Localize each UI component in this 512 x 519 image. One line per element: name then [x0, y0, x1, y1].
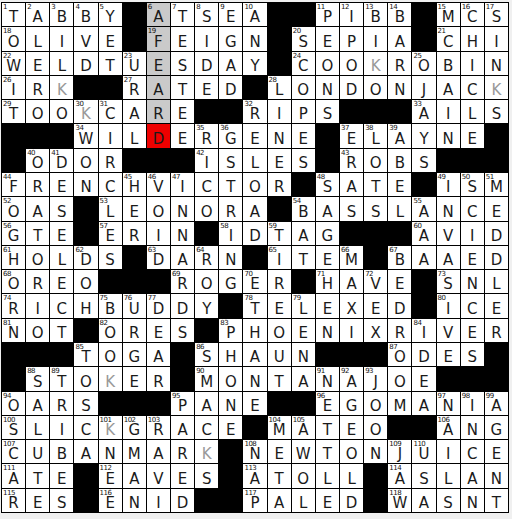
crossword-cell[interactable]: A: [123, 100, 146, 123]
crossword-cell[interactable]: 34W: [74, 124, 97, 147]
crossword-cell[interactable]: A: [412, 392, 435, 415]
crossword-cell[interactable]: S: [292, 149, 315, 172]
crossword-cell[interactable]: 19F: [147, 27, 170, 50]
crossword-cell[interactable]: D: [219, 76, 242, 99]
crossword-cell[interactable]: A: [292, 222, 315, 245]
crossword-cell[interactable]: N: [485, 52, 508, 75]
crossword-cell[interactable]: 24C: [292, 52, 315, 75]
crossword-cell[interactable]: O: [292, 464, 315, 487]
crossword-cell[interactable]: S: [437, 489, 460, 512]
crossword-cell[interactable]: L: [485, 270, 508, 293]
crossword-cell[interactable]: I: [437, 100, 460, 123]
crossword-cell[interactable]: A: [268, 489, 291, 512]
crossword-cell[interactable]: I: [340, 319, 363, 342]
crossword-cell[interactable]: 103R: [147, 416, 170, 439]
crossword-cell[interactable]: K: [195, 440, 218, 463]
crossword-cell[interactable]: 5Y: [99, 3, 122, 26]
crossword-cell[interactable]: 43R: [340, 149, 363, 172]
crossword-cell[interactable]: S: [171, 52, 194, 75]
crossword-cell[interactable]: N: [292, 343, 315, 366]
crossword-cell[interactable]: 112E: [99, 464, 122, 487]
crossword-cell[interactable]: I: [461, 52, 484, 75]
crossword-cell[interactable]: R: [268, 173, 291, 196]
crossword-cell[interactable]: S: [171, 319, 194, 342]
crossword-cell[interactable]: D: [340, 489, 363, 512]
crossword-cell[interactable]: 55A: [412, 197, 435, 220]
crossword-cell[interactable]: O: [74, 367, 97, 390]
crossword-cell[interactable]: D: [74, 52, 97, 75]
crossword-cell[interactable]: A: [412, 246, 435, 269]
crossword-cell[interactable]: R: [26, 270, 49, 293]
crossword-cell[interactable]: H: [74, 294, 97, 317]
crossword-cell[interactable]: 3B: [50, 3, 73, 26]
crossword-cell[interactable]: E: [147, 319, 170, 342]
crossword-cell[interactable]: A: [195, 392, 218, 415]
crossword-cell[interactable]: 46V: [147, 173, 170, 196]
crossword-cell[interactable]: T: [316, 440, 339, 463]
crossword-cell[interactable]: E: [461, 319, 484, 342]
crossword-cell[interactable]: O: [292, 76, 315, 99]
crossword-cell[interactable]: R: [219, 197, 242, 220]
crossword-cell[interactable]: E: [123, 197, 146, 220]
crossword-cell[interactable]: L: [292, 489, 315, 512]
crossword-cell[interactable]: I: [268, 100, 291, 123]
crossword-cell[interactable]: D: [340, 76, 363, 99]
crossword-cell[interactable]: 22W: [2, 52, 25, 75]
crossword-cell[interactable]: Y: [243, 52, 266, 75]
crossword-cell[interactable]: O: [147, 197, 170, 220]
crossword-cell[interactable]: 102G: [123, 416, 146, 439]
crossword-cell[interactable]: A: [219, 52, 242, 75]
crossword-cell[interactable]: I: [147, 489, 170, 512]
crossword-cell[interactable]: I: [195, 27, 218, 50]
crossword-cell[interactable]: L: [243, 149, 266, 172]
crossword-cell[interactable]: R: [147, 100, 170, 123]
crossword-cell[interactable]: 83P: [219, 319, 242, 342]
crossword-cell[interactable]: B: [388, 149, 411, 172]
crossword-cell[interactable]: E: [50, 464, 73, 487]
crossword-cell[interactable]: N: [437, 124, 460, 147]
crossword-cell[interactable]: T: [364, 173, 387, 196]
crossword-cell[interactable]: C: [195, 173, 218, 196]
crossword-cell[interactable]: E: [243, 392, 266, 415]
crossword-cell[interactable]: I: [485, 27, 508, 50]
crossword-cell[interactable]: S: [340, 197, 363, 220]
crossword-cell[interactable]: R: [26, 173, 49, 196]
crossword-cell[interactable]: O: [364, 416, 387, 439]
crossword-cell[interactable]: A: [147, 343, 170, 366]
crossword-cell[interactable]: 16C: [461, 3, 484, 26]
crossword-cell[interactable]: 67B: [388, 246, 411, 269]
crossword-cell[interactable]: C: [50, 294, 73, 317]
crossword-cell[interactable]: G: [485, 416, 508, 439]
crossword-cell[interactable]: U: [268, 343, 291, 366]
crossword-cell[interactable]: 87O: [388, 343, 411, 366]
crossword-cell[interactable]: A: [437, 76, 460, 99]
crossword-cell[interactable]: 49I: [437, 173, 460, 196]
crossword-cell[interactable]: 29T: [2, 100, 25, 123]
crossword-cell[interactable]: A: [123, 464, 146, 487]
crossword-cell[interactable]: G: [219, 27, 242, 50]
crossword-cell[interactable]: E: [316, 294, 339, 317]
crossword-cell[interactable]: E: [147, 52, 170, 75]
crossword-cell[interactable]: 15M: [437, 3, 460, 26]
crossword-cell[interactable]: A: [26, 392, 49, 415]
crossword-cell[interactable]: G: [340, 392, 363, 415]
crossword-cell[interactable]: E: [388, 173, 411, 196]
crossword-cell[interactable]: V: [74, 27, 97, 50]
crossword-cell[interactable]: N: [364, 440, 387, 463]
crossword-cell[interactable]: 68O: [2, 270, 25, 293]
crossword-cell[interactable]: L: [461, 100, 484, 123]
crossword-cell[interactable]: 28L: [268, 76, 291, 99]
crossword-cell[interactable]: E: [26, 52, 49, 75]
crossword-cell[interactable]: S: [219, 149, 242, 172]
crossword-cell[interactable]: T: [485, 489, 508, 512]
crossword-cell[interactable]: X: [364, 319, 387, 342]
crossword-cell[interactable]: 60A: [412, 222, 435, 245]
crossword-cell[interactable]: C: [461, 440, 484, 463]
crossword-cell[interactable]: B: [50, 440, 73, 463]
crossword-cell[interactable]: E: [243, 124, 266, 147]
crossword-cell[interactable]: E: [292, 319, 315, 342]
crossword-cell[interactable]: O: [50, 100, 73, 123]
crossword-cell[interactable]: L: [50, 52, 73, 75]
crossword-cell[interactable]: 64R: [195, 246, 218, 269]
crossword-cell[interactable]: 23U: [123, 52, 146, 75]
crossword-cell[interactable]: E: [461, 124, 484, 147]
crossword-cell[interactable]: E: [316, 246, 339, 269]
crossword-cell[interactable]: 99A: [485, 392, 508, 415]
crossword-cell[interactable]: Y: [195, 294, 218, 317]
crossword-cell[interactable]: 101K: [99, 416, 122, 439]
crossword-cell[interactable]: 51M: [485, 173, 508, 196]
crossword-cell[interactable]: L: [437, 464, 460, 487]
crossword-cell[interactable]: R: [268, 270, 291, 293]
crossword-cell[interactable]: E: [171, 100, 194, 123]
crossword-cell[interactable]: E: [437, 343, 460, 366]
crossword-cell[interactable]: U: [26, 440, 49, 463]
crossword-cell[interactable]: D: [243, 222, 266, 245]
crossword-cell[interactable]: 13B: [364, 3, 387, 26]
crossword-cell[interactable]: I: [147, 222, 170, 245]
crossword-cell[interactable]: K: [364, 52, 387, 75]
crossword-cell[interactable]: T: [316, 416, 339, 439]
crossword-cell[interactable]: R: [147, 367, 170, 390]
crossword-cell[interactable]: 26I: [2, 76, 25, 99]
crossword-cell[interactable]: 113A: [243, 464, 266, 487]
crossword-cell[interactable]: 73S: [437, 270, 460, 293]
crossword-cell[interactable]: E: [50, 222, 73, 245]
crossword-cell[interactable]: 8S: [195, 3, 218, 26]
crossword-cell[interactable]: H: [461, 27, 484, 50]
crossword-cell[interactable]: S: [412, 149, 435, 172]
crossword-cell[interactable]: 54B: [292, 197, 315, 220]
crossword-cell[interactable]: E: [26, 489, 49, 512]
crossword-cell[interactable]: S: [412, 464, 435, 487]
crossword-cell[interactable]: 53L: [99, 197, 122, 220]
crossword-cell[interactable]: 98I: [461, 392, 484, 415]
crossword-cell[interactable]: N: [461, 416, 484, 439]
crossword-cell[interactable]: T: [268, 464, 291, 487]
crossword-cell[interactable]: 110U: [412, 440, 435, 463]
crossword-cell[interactable]: 7T: [171, 3, 194, 26]
crossword-cell[interactable]: 65I: [268, 246, 291, 269]
crossword-cell[interactable]: T: [268, 367, 291, 390]
crossword-cell[interactable]: 39A: [388, 124, 411, 147]
crossword-cell[interactable]: 104M: [268, 416, 291, 439]
crossword-cell[interactable]: L: [340, 464, 363, 487]
crossword-cell[interactable]: L: [26, 27, 49, 50]
crossword-cell[interactable]: T: [99, 52, 122, 75]
crossword-cell[interactable]: 105A: [292, 416, 315, 439]
crossword-cell[interactable]: E: [388, 270, 411, 293]
crossword-cell[interactable]: A: [437, 246, 460, 269]
crossword-cell[interactable]: S: [364, 197, 387, 220]
crossword-cell[interactable]: N: [171, 222, 194, 245]
crossword-cell[interactable]: X: [340, 294, 363, 317]
crossword-cell[interactable]: E: [123, 367, 146, 390]
crossword-cell[interactable]: E: [171, 464, 194, 487]
crossword-cell[interactable]: N: [171, 197, 194, 220]
crossword-cell[interactable]: L: [388, 197, 411, 220]
crossword-cell[interactable]: 1T: [2, 3, 25, 26]
crossword-cell[interactable]: 91N: [316, 367, 339, 390]
crossword-cell[interactable]: T: [171, 76, 194, 99]
crossword-cell[interactable]: O: [340, 52, 363, 75]
crossword-cell[interactable]: H: [219, 343, 242, 366]
crossword-cell[interactable]: A: [412, 489, 435, 512]
crossword-cell[interactable]: A: [292, 367, 315, 390]
crossword-cell[interactable]: N: [316, 76, 339, 99]
crossword-cell[interactable]: 18O: [2, 27, 25, 50]
crossword-cell[interactable]: E: [485, 440, 508, 463]
crossword-cell[interactable]: 56G: [2, 222, 25, 245]
crossword-cell[interactable]: H: [243, 319, 266, 342]
crossword-cell[interactable]: A: [388, 27, 411, 50]
crossword-cell[interactable]: R: [26, 76, 49, 99]
crossword-cell[interactable]: 36G: [219, 124, 242, 147]
crossword-cell[interactable]: K: [485, 76, 508, 99]
crossword-cell[interactable]: 81N: [2, 319, 25, 342]
crossword-cell[interactable]: I: [461, 222, 484, 245]
crossword-cell[interactable]: E: [171, 27, 194, 50]
crossword-cell[interactable]: 31C: [99, 100, 122, 123]
crossword-cell[interactable]: 58I: [219, 222, 242, 245]
crossword-cell[interactable]: D: [388, 294, 411, 317]
crossword-cell[interactable]: I: [50, 27, 73, 50]
crossword-cell[interactable]: S: [50, 489, 73, 512]
crossword-cell[interactable]: 89T: [50, 367, 73, 390]
crossword-cell[interactable]: E: [50, 270, 73, 293]
crossword-cell[interactable]: 106A: [437, 416, 460, 439]
crossword-cell[interactable]: 75B: [99, 294, 122, 317]
crossword-cell[interactable]: C: [461, 294, 484, 317]
crossword-cell[interactable]: R: [50, 392, 73, 415]
crossword-cell[interactable]: N: [74, 173, 97, 196]
crossword-cell[interactable]: 38L: [364, 124, 387, 147]
crossword-cell[interactable]: O: [388, 367, 411, 390]
crossword-cell[interactable]: D: [147, 124, 170, 147]
crossword-cell[interactable]: N: [99, 440, 122, 463]
crossword-cell[interactable]: P: [340, 27, 363, 50]
crossword-cell[interactable]: C: [74, 416, 97, 439]
crossword-cell[interactable]: 27R: [123, 76, 146, 99]
crossword-cell[interactable]: G: [123, 343, 146, 366]
crossword-cell[interactable]: I: [364, 27, 387, 50]
crossword-cell[interactable]: 47I: [171, 173, 194, 196]
crossword-cell[interactable]: O: [340, 440, 363, 463]
crossword-cell[interactable]: 77D: [147, 294, 170, 317]
crossword-cell[interactable]: R: [123, 222, 146, 245]
crossword-cell[interactable]: A: [340, 173, 363, 196]
crossword-cell[interactable]: 21C: [437, 27, 460, 50]
crossword-cell[interactable]: S: [485, 100, 508, 123]
crossword-cell[interactable]: 50S: [461, 173, 484, 196]
crossword-cell[interactable]: A: [171, 416, 194, 439]
crossword-cell[interactable]: 57E: [99, 222, 122, 245]
crossword-cell[interactable]: R: [171, 440, 194, 463]
crossword-cell[interactable]: R: [388, 52, 411, 75]
crossword-cell[interactable]: N: [268, 124, 291, 147]
crossword-cell[interactable]: 66M: [340, 246, 363, 269]
crossword-cell[interactable]: M: [388, 392, 411, 415]
crossword-cell[interactable]: L: [316, 464, 339, 487]
crossword-cell[interactable]: 69R: [171, 270, 194, 293]
crossword-cell[interactable]: 40O: [26, 149, 49, 172]
crossword-cell[interactable]: 11P: [316, 3, 339, 26]
crossword-cell[interactable]: O: [195, 197, 218, 220]
crossword-cell[interactable]: 82O: [99, 319, 122, 342]
crossword-cell[interactable]: L: [123, 124, 146, 147]
crossword-cell[interactable]: 93J: [364, 367, 387, 390]
crossword-cell[interactable]: V: [147, 464, 170, 487]
crossword-cell[interactable]: R: [99, 149, 122, 172]
crossword-cell[interactable]: A: [316, 197, 339, 220]
crossword-cell[interactable]: S: [74, 392, 97, 415]
crossword-cell[interactable]: E: [292, 124, 315, 147]
crossword-cell[interactable]: O: [364, 149, 387, 172]
crossword-cell[interactable]: E: [268, 440, 291, 463]
crossword-cell[interactable]: S: [195, 464, 218, 487]
crossword-cell[interactable]: 90M: [195, 367, 218, 390]
crossword-cell[interactable]: K: [50, 76, 73, 99]
crossword-cell[interactable]: 10A: [243, 3, 266, 26]
crossword-cell[interactable]: 94O: [2, 392, 25, 415]
crossword-cell[interactable]: O: [26, 100, 49, 123]
crossword-cell[interactable]: O: [26, 246, 49, 269]
crossword-cell[interactable]: R: [388, 319, 411, 342]
crossword-cell[interactable]: 41D: [50, 149, 73, 172]
crossword-cell[interactable]: K: [99, 367, 122, 390]
crossword-cell[interactable]: 37E: [340, 124, 363, 147]
crossword-cell[interactable]: T: [50, 319, 73, 342]
crossword-cell[interactable]: 44F: [2, 173, 25, 196]
crossword-cell[interactable]: C: [461, 76, 484, 99]
crossword-cell[interactable]: 25O: [412, 52, 435, 75]
crossword-cell[interactable]: 115R: [2, 489, 25, 512]
crossword-cell[interactable]: G: [316, 222, 339, 245]
crossword-cell[interactable]: W: [292, 440, 315, 463]
crossword-cell[interactable]: 95P: [171, 392, 194, 415]
crossword-cell[interactable]: T: [292, 246, 315, 269]
crossword-cell[interactable]: 84I: [412, 319, 435, 342]
crossword-cell[interactable]: O: [219, 367, 242, 390]
crossword-cell[interactable]: O: [364, 76, 387, 99]
crossword-cell[interactable]: 111A: [2, 464, 25, 487]
crossword-cell[interactable]: A: [74, 440, 97, 463]
crossword-cell[interactable]: O: [26, 319, 49, 342]
crossword-cell[interactable]: O: [74, 270, 97, 293]
crossword-cell[interactable]: S: [50, 197, 73, 220]
crossword-cell[interactable]: S: [99, 246, 122, 269]
crossword-cell[interactable]: E: [316, 489, 339, 512]
crossword-cell[interactable]: E: [485, 294, 508, 317]
crossword-cell[interactable]: I: [50, 416, 73, 439]
crossword-cell[interactable]: I: [437, 440, 460, 463]
crossword-cell[interactable]: N: [219, 246, 242, 269]
crossword-cell[interactable]: E: [171, 124, 194, 147]
crossword-cell[interactable]: 85T: [74, 343, 97, 366]
crossword-cell[interactable]: E: [268, 294, 291, 317]
crossword-cell[interactable]: D: [485, 246, 508, 269]
crossword-cell[interactable]: 4B: [74, 3, 97, 26]
crossword-cell[interactable]: A: [340, 270, 363, 293]
crossword-cell[interactable]: N: [388, 76, 411, 99]
crossword-cell[interactable]: A: [171, 246, 194, 269]
crossword-cell[interactable]: O: [243, 173, 266, 196]
crossword-cell[interactable]: T: [26, 464, 49, 487]
crossword-cell[interactable]: O: [316, 52, 339, 75]
crossword-cell[interactable]: 74R: [2, 294, 25, 317]
crossword-cell[interactable]: 20S: [292, 27, 315, 50]
crossword-cell[interactable]: 52O: [2, 197, 25, 220]
crossword-cell[interactable]: E: [412, 367, 435, 390]
crossword-cell[interactable]: E: [268, 149, 291, 172]
crossword-cell[interactable]: D: [412, 343, 435, 366]
crossword-cell[interactable]: 62D: [74, 246, 97, 269]
crossword-cell[interactable]: 107C: [2, 440, 25, 463]
crossword-cell[interactable]: 33A: [412, 100, 435, 123]
crossword-cell[interactable]: 79L: [292, 294, 315, 317]
crossword-cell[interactable]: 100S: [2, 416, 25, 439]
crossword-cell[interactable]: 118W: [388, 489, 411, 512]
crossword-cell[interactable]: E: [195, 76, 218, 99]
crossword-cell[interactable]: O: [195, 270, 218, 293]
crossword-cell[interactable]: A: [147, 440, 170, 463]
crossword-cell[interactable]: 97N: [437, 392, 460, 415]
crossword-cell[interactable]: 30K: [74, 100, 97, 123]
crossword-cell[interactable]: 72V: [364, 270, 387, 293]
crossword-cell[interactable]: D: [171, 294, 194, 317]
crossword-cell[interactable]: D: [485, 222, 508, 245]
crossword-cell[interactable]: E: [485, 197, 508, 220]
crossword-cell[interactable]: 2A: [26, 3, 49, 26]
crossword-cell[interactable]: J: [412, 76, 435, 99]
crossword-cell[interactable]: S: [461, 343, 484, 366]
crossword-cell[interactable]: N: [123, 489, 146, 512]
crossword-cell[interactable]: G: [219, 270, 242, 293]
crossword-cell[interactable]: N: [485, 464, 508, 487]
crossword-cell[interactable]: C: [99, 173, 122, 196]
crossword-cell[interactable]: 70E: [243, 270, 266, 293]
crossword-cell[interactable]: N: [219, 392, 242, 415]
crossword-cell[interactable]: 80I: [437, 294, 460, 317]
crossword-cell[interactable]: E: [340, 416, 363, 439]
crossword-cell[interactable]: 12I: [340, 3, 363, 26]
crossword-cell[interactable]: R: [485, 319, 508, 342]
crossword-cell[interactable]: 61H: [2, 246, 25, 269]
